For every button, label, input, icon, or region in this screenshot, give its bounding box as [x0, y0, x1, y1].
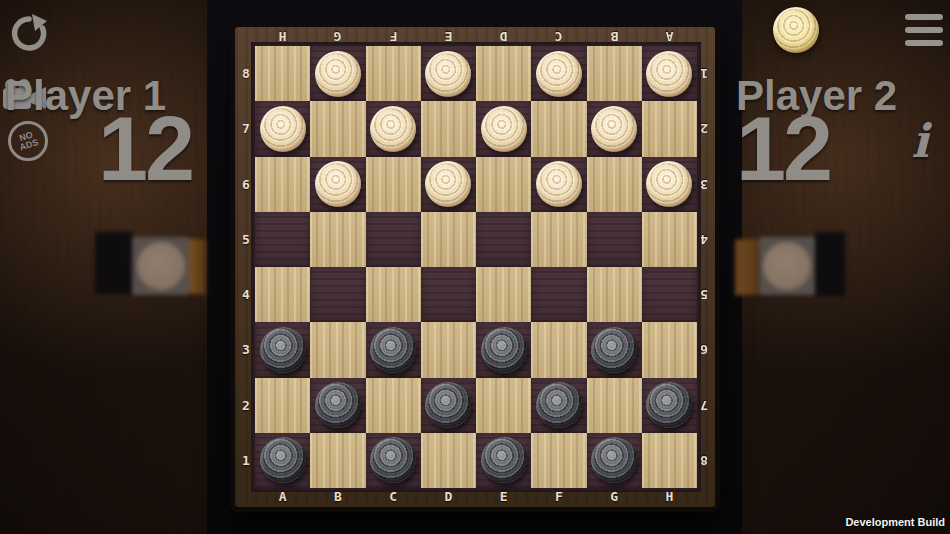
piece-black-b2[interactable]	[315, 382, 361, 428]
piece-white-b6[interactable]	[315, 161, 361, 207]
piece-white-g7[interactable]	[591, 106, 637, 152]
square-d5[interactable]	[421, 212, 476, 267]
square-g7[interactable]	[587, 101, 642, 156]
square-b8[interactable]	[310, 46, 365, 101]
square-d2[interactable]	[421, 378, 476, 433]
hamburger-menu-icon[interactable]	[905, 14, 943, 48]
square-b7[interactable]	[310, 101, 365, 156]
piece-black-e1[interactable]	[481, 437, 527, 483]
square-a6[interactable]	[255, 157, 310, 212]
square-c7[interactable]	[366, 101, 421, 156]
checkers-board: HGFEDCBA ABCDEFGH 87654321 12345678	[235, 27, 715, 507]
piece-black-a3[interactable]	[260, 327, 306, 373]
square-e8[interactable]	[476, 46, 531, 101]
piece-black-h2[interactable]	[646, 382, 692, 428]
piece-white-f8[interactable]	[536, 51, 582, 97]
square-a4[interactable]	[255, 267, 310, 322]
tray-right-wood	[735, 238, 758, 295]
square-h6[interactable]	[642, 157, 697, 212]
square-d7[interactable]	[421, 101, 476, 156]
square-e6[interactable]	[476, 157, 531, 212]
square-h5[interactable]	[642, 212, 697, 267]
square-b6[interactable]	[310, 157, 365, 212]
square-a8[interactable]	[255, 46, 310, 101]
square-b1[interactable]	[310, 433, 365, 488]
square-c5[interactable]	[366, 212, 421, 267]
board-inner-frame	[251, 42, 701, 492]
square-a1[interactable]	[255, 433, 310, 488]
square-g6[interactable]	[587, 157, 642, 212]
square-e1[interactable]	[476, 433, 531, 488]
tray-right-shadow	[815, 232, 845, 296]
piece-black-e3[interactable]	[481, 327, 527, 373]
square-f4[interactable]	[531, 267, 586, 322]
piece-white-c7[interactable]	[370, 106, 416, 152]
square-c2[interactable]	[366, 378, 421, 433]
square-a3[interactable]	[255, 322, 310, 377]
game-screen: HGFEDCBA ABCDEFGH 87654321 12345678 Play…	[0, 0, 950, 534]
square-f3[interactable]	[531, 322, 586, 377]
square-g3[interactable]	[587, 322, 642, 377]
square-f1[interactable]	[531, 433, 586, 488]
square-c4[interactable]	[366, 267, 421, 322]
development-build-label: Development Build	[845, 516, 945, 528]
square-h1[interactable]	[642, 433, 697, 488]
square-e4[interactable]	[476, 267, 531, 322]
tray-left-shadow	[95, 232, 133, 294]
piece-white-h8[interactable]	[646, 51, 692, 97]
turn-indicator-piece	[773, 7, 819, 53]
tray-left-recess	[137, 242, 185, 290]
piece-black-d2[interactable]	[425, 382, 471, 428]
tray-left-wood	[189, 239, 206, 295]
piece-black-f2[interactable]	[536, 382, 582, 428]
square-c6[interactable]	[366, 157, 421, 212]
piece-black-g1[interactable]	[591, 437, 637, 483]
square-f2[interactable]	[531, 378, 586, 433]
piece-white-f6[interactable]	[536, 161, 582, 207]
square-d8[interactable]	[421, 46, 476, 101]
piece-white-a7[interactable]	[260, 106, 306, 152]
square-h3[interactable]	[642, 322, 697, 377]
square-g2[interactable]	[587, 378, 642, 433]
player2-score: 12	[736, 104, 936, 194]
piece-black-a1[interactable]	[260, 437, 306, 483]
piece-white-h6[interactable]	[646, 161, 692, 207]
square-f7[interactable]	[531, 101, 586, 156]
piece-white-d8[interactable]	[425, 51, 471, 97]
piece-white-d6[interactable]	[425, 161, 471, 207]
square-h2[interactable]	[642, 378, 697, 433]
square-e5[interactable]	[476, 212, 531, 267]
square-b3[interactable]	[310, 322, 365, 377]
square-a7[interactable]	[255, 101, 310, 156]
square-d4[interactable]	[421, 267, 476, 322]
square-f8[interactable]	[531, 46, 586, 101]
square-g8[interactable]	[587, 46, 642, 101]
square-c8[interactable]	[366, 46, 421, 101]
square-e7[interactable]	[476, 101, 531, 156]
square-f6[interactable]	[531, 157, 586, 212]
tray-right	[733, 228, 863, 300]
square-h7[interactable]	[642, 101, 697, 156]
square-h8[interactable]	[642, 46, 697, 101]
tray-right-recess	[763, 242, 811, 290]
square-d1[interactable]	[421, 433, 476, 488]
square-h4[interactable]	[642, 267, 697, 322]
player1-score: 12	[0, 104, 192, 194]
piece-black-c1[interactable]	[370, 437, 416, 483]
square-f5[interactable]	[531, 212, 586, 267]
square-b2[interactable]	[310, 378, 365, 433]
board-grid	[255, 46, 697, 488]
square-b4[interactable]	[310, 267, 365, 322]
square-c3[interactable]	[366, 322, 421, 377]
square-b5[interactable]	[310, 212, 365, 267]
square-d6[interactable]	[421, 157, 476, 212]
square-d3[interactable]	[421, 322, 476, 377]
square-g1[interactable]	[587, 433, 642, 488]
piece-black-g3[interactable]	[591, 327, 637, 373]
piece-black-c3[interactable]	[370, 327, 416, 373]
square-g5[interactable]	[587, 212, 642, 267]
restart-icon[interactable]	[8, 12, 50, 54]
piece-white-e7[interactable]	[481, 106, 527, 152]
square-e3[interactable]	[476, 322, 531, 377]
piece-white-b8[interactable]	[315, 51, 361, 97]
square-g4[interactable]	[587, 267, 642, 322]
square-a5[interactable]	[255, 212, 310, 267]
tray-left	[95, 228, 225, 300]
square-e2[interactable]	[476, 378, 531, 433]
square-c1[interactable]	[366, 433, 421, 488]
square-a2[interactable]	[255, 378, 310, 433]
